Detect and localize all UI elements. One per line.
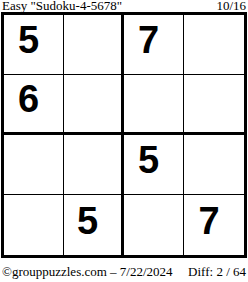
cell-r3c3[interactable]: 5	[124, 135, 184, 195]
difficulty-label: Diff: 2 / 64	[188, 265, 246, 278]
cell-r1c3[interactable]: 7	[124, 15, 184, 75]
cell-r4c2[interactable]: 5	[64, 195, 124, 255]
cell-r4c1[interactable]	[4, 195, 64, 255]
header: Easy "Sudoku-4-5678" 10/16	[0, 0, 248, 12]
cell-r2c2[interactable]	[64, 75, 124, 135]
puzzle-title: Easy "Sudoku-4-5678"	[2, 0, 122, 12]
sudoku-board: 5 7 6 5 5 7	[1, 12, 247, 258]
cell-r3c4[interactable]	[184, 135, 244, 195]
footer: ©grouppuzzles.com – 7/22/2024 Diff: 2 / …	[0, 265, 248, 278]
sudoku-page: Easy "Sudoku-4-5678" 10/16 5 7 6 5 5 7 ©…	[0, 0, 248, 282]
cell-r2c1[interactable]: 6	[4, 75, 64, 135]
cell-r1c1[interactable]: 5	[4, 15, 64, 75]
cell-r3c1[interactable]	[4, 135, 64, 195]
cell-r3c2[interactable]	[64, 135, 124, 195]
cell-r4c3[interactable]	[124, 195, 184, 255]
cell-r2c3[interactable]	[124, 75, 184, 135]
cell-r1c4[interactable]	[184, 15, 244, 75]
cell-r2c4[interactable]	[184, 75, 244, 135]
cell-r4c4[interactable]: 7	[184, 195, 244, 255]
cell-r1c2[interactable]	[64, 15, 124, 75]
puzzle-counter: 10/16	[216, 0, 246, 12]
copyright-credit: ©grouppuzzles.com – 7/22/2024	[2, 265, 173, 278]
